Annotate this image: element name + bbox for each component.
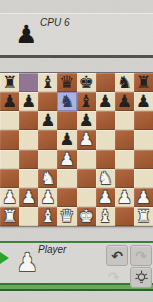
undo-arrow-icon: ↶ xyxy=(111,249,123,263)
square-f4[interactable] xyxy=(96,150,115,169)
square-a7[interactable]: ♟ xyxy=(0,92,19,111)
square-a2[interactable]: ♟ xyxy=(0,188,19,207)
redo-arrow-icon: ↷ xyxy=(135,249,147,263)
white-knight-piece: ♞ xyxy=(98,170,113,187)
black-pawn-piece: ♟ xyxy=(136,93,151,110)
square-d8[interactable]: ♛ xyxy=(57,73,76,92)
square-a4[interactable] xyxy=(0,150,19,169)
square-c7[interactable] xyxy=(38,92,57,111)
black-rook-piece: ♜ xyxy=(2,74,17,91)
square-b2[interactable]: ♟ xyxy=(19,188,38,207)
black-pawn-piece: ♟ xyxy=(40,112,55,129)
square-e8[interactable]: ♚ xyxy=(77,73,96,92)
square-e3[interactable] xyxy=(77,169,96,188)
black-pawn-piece: ♟ xyxy=(78,112,93,129)
square-c1[interactable]: ♝ xyxy=(38,207,57,226)
square-h2[interactable]: ♟ xyxy=(134,188,153,207)
square-g1[interactable] xyxy=(115,207,134,226)
square-a5[interactable] xyxy=(0,130,19,149)
black-pawn-piece: ♟ xyxy=(117,93,132,110)
black-pawn-piece: ♟ xyxy=(2,93,17,110)
redo-button[interactable]: ↷ xyxy=(130,245,152,266)
square-d6[interactable] xyxy=(57,111,76,130)
white-pawn-piece: ♟ xyxy=(78,131,93,148)
white-pawn-piece: ♟ xyxy=(2,189,17,206)
square-c8[interactable]: ♝ xyxy=(38,73,57,92)
square-g2[interactable]: ♟ xyxy=(115,188,134,207)
square-c4[interactable] xyxy=(38,150,57,169)
black-knight-piece: ♞ xyxy=(117,74,132,91)
chess-app-screen: ♟ CPU 6 ♜♝♛♚♞♜♟♟♞♝♟♟♟♟♟♟♟♟♞♞♟♟♟♟♟♟♜♝♛♚♝♜… xyxy=(0,0,153,302)
black-pawn-piece: ♟ xyxy=(98,93,113,110)
black-bishop-piece: ♝ xyxy=(78,93,93,110)
square-b3[interactable] xyxy=(19,169,38,188)
player-panel: ♟ Player ↷ ↶ ↷ xyxy=(0,241,153,283)
square-b4[interactable] xyxy=(19,150,38,169)
square-a3[interactable] xyxy=(0,169,19,188)
square-f2[interactable]: ♟ xyxy=(96,188,115,207)
square-c6[interactable]: ♟ xyxy=(38,111,57,130)
square-h4[interactable] xyxy=(134,150,153,169)
turn-indicator-triangle-icon xyxy=(0,252,9,264)
square-g7[interactable]: ♟ xyxy=(115,92,134,111)
square-f5[interactable] xyxy=(96,130,115,149)
square-c2[interactable]: ♟ xyxy=(38,188,57,207)
undo-button[interactable]: ↶ xyxy=(106,245,128,266)
white-bishop-piece: ♝ xyxy=(98,208,113,225)
square-a6[interactable] xyxy=(0,111,19,130)
square-g5[interactable] xyxy=(115,130,134,149)
white-king-piece: ♚ xyxy=(78,208,93,225)
player-name-label: Player xyxy=(38,244,66,255)
hint-button[interactable] xyxy=(130,267,152,288)
square-d1[interactable]: ♛ xyxy=(57,207,76,226)
black-king-piece: ♚ xyxy=(78,74,93,91)
white-pawn-piece: ♟ xyxy=(136,189,151,206)
chess-board[interactable]: ♜♝♛♚♞♜♟♟♞♝♟♟♟♟♟♟♟♟♞♞♟♟♟♟♟♟♜♝♛♚♝♜ xyxy=(0,73,153,226)
square-e1[interactable]: ♚ xyxy=(77,207,96,226)
white-pawn-icon: ♟ xyxy=(16,250,38,275)
white-pawn-piece: ♟ xyxy=(117,189,132,206)
black-bishop-piece: ♝ xyxy=(40,74,55,91)
white-pawn-piece: ♟ xyxy=(98,189,113,206)
white-pawn-piece: ♟ xyxy=(59,151,74,168)
square-a8[interactable]: ♜ xyxy=(0,73,19,92)
square-g6[interactable] xyxy=(115,111,134,130)
black-queen-piece: ♛ xyxy=(59,74,74,91)
square-h6[interactable] xyxy=(134,111,153,130)
square-b6[interactable] xyxy=(19,111,38,130)
white-rook-piece: ♜ xyxy=(2,208,17,225)
black-pawn-piece: ♟ xyxy=(59,131,74,148)
square-h1[interactable]: ♜ xyxy=(134,207,153,226)
square-f8[interactable] xyxy=(96,73,115,92)
black-pawn-piece: ♟ xyxy=(21,93,36,110)
square-g4[interactable] xyxy=(115,150,134,169)
square-h5[interactable] xyxy=(134,130,153,149)
square-b5[interactable] xyxy=(19,130,38,149)
square-d7[interactable]: ♞ xyxy=(57,92,76,111)
square-f7[interactable]: ♟ xyxy=(96,92,115,111)
square-g8[interactable]: ♞ xyxy=(115,73,134,92)
white-queen-piece: ♛ xyxy=(59,208,74,225)
square-e6[interactable]: ♟ xyxy=(77,111,96,130)
white-pawn-piece: ♟ xyxy=(21,189,36,206)
square-d5[interactable]: ♟ xyxy=(57,130,76,149)
square-h3[interactable] xyxy=(134,169,153,188)
opponent-name-label: CPU 6 xyxy=(40,17,69,28)
white-rook-piece: ♜ xyxy=(136,208,151,225)
square-h7[interactable]: ♟ xyxy=(134,92,153,111)
square-c5[interactable] xyxy=(38,130,57,149)
square-e5[interactable]: ♟ xyxy=(77,130,96,149)
black-rook-piece: ♜ xyxy=(136,74,151,91)
square-b7[interactable]: ♟ xyxy=(19,92,38,111)
square-e2[interactable] xyxy=(77,188,96,207)
light-bulb-icon xyxy=(134,270,149,286)
square-f3[interactable]: ♞ xyxy=(96,169,115,188)
white-knight-piece: ♞ xyxy=(40,170,55,187)
white-pawn-piece: ♟ xyxy=(40,189,55,206)
square-d3[interactable] xyxy=(57,169,76,188)
black-knight-piece: ♞ xyxy=(59,93,74,110)
square-e7[interactable]: ♝ xyxy=(77,92,96,111)
square-d2[interactable] xyxy=(57,188,76,207)
square-h8[interactable]: ♜ xyxy=(134,73,153,92)
square-f6[interactable] xyxy=(96,111,115,130)
square-d4[interactable]: ♟ xyxy=(57,150,76,169)
black-pawn-icon: ♟ xyxy=(15,22,37,47)
square-g3[interactable] xyxy=(115,169,134,188)
square-b1[interactable] xyxy=(19,207,38,226)
square-f1[interactable]: ♝ xyxy=(96,207,115,226)
square-e4[interactable] xyxy=(77,150,96,169)
opponent-panel: ♟ CPU 6 xyxy=(0,13,153,58)
white-bishop-piece: ♝ xyxy=(40,208,55,225)
square-b8[interactable] xyxy=(19,73,38,92)
square-c3[interactable]: ♞ xyxy=(38,169,57,188)
square-a1[interactable]: ♜ xyxy=(0,207,19,226)
